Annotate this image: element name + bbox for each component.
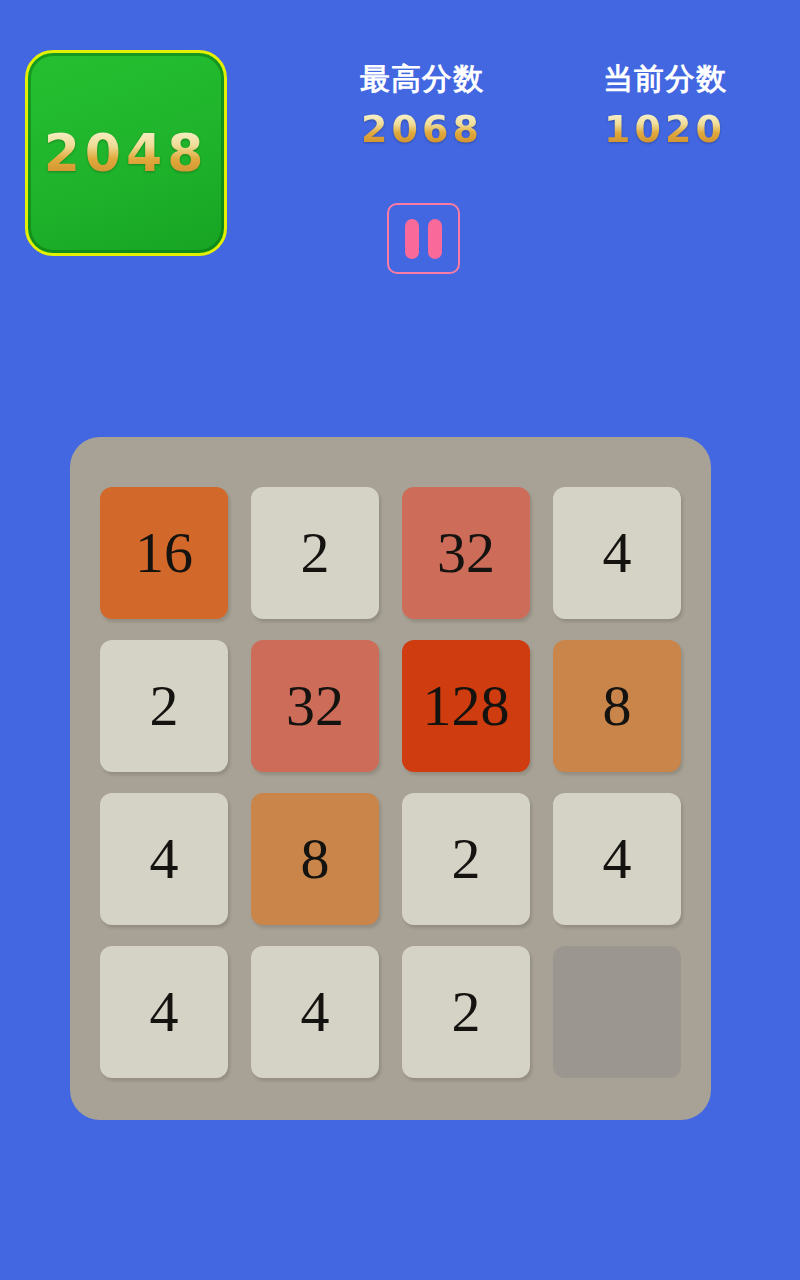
empty-cell bbox=[553, 946, 681, 1078]
tile-4: 4 bbox=[251, 946, 379, 1078]
app-background: 2048 最高分数 2068 当前分数 1020 162324232128848… bbox=[0, 0, 800, 1280]
tile-16: 16 bbox=[100, 487, 228, 619]
best-score-value: 2068 bbox=[337, 110, 507, 148]
tile-2: 2 bbox=[402, 793, 530, 925]
current-score-value: 1020 bbox=[580, 110, 750, 148]
tile-2: 2 bbox=[100, 640, 228, 772]
best-score-label: 最高分数 bbox=[337, 63, 507, 95]
tile-8: 8 bbox=[553, 640, 681, 772]
pause-icon bbox=[405, 219, 419, 259]
current-score-panel: 当前分数 1020 bbox=[580, 63, 750, 148]
tile-32: 32 bbox=[251, 640, 379, 772]
pause-icon bbox=[428, 219, 442, 259]
tile-8: 8 bbox=[251, 793, 379, 925]
tile-2: 2 bbox=[402, 946, 530, 1078]
logo-text: 2048 bbox=[44, 123, 209, 183]
tile-128: 128 bbox=[402, 640, 530, 772]
tile-2: 2 bbox=[251, 487, 379, 619]
pause-button[interactable] bbox=[387, 203, 460, 274]
board-grid: 16232423212884824442 bbox=[100, 487, 681, 1078]
logo-2048: 2048 bbox=[25, 50, 227, 256]
tile-4: 4 bbox=[100, 946, 228, 1078]
current-score-label: 当前分数 bbox=[580, 63, 750, 95]
tile-4: 4 bbox=[553, 793, 681, 925]
tile-32: 32 bbox=[402, 487, 530, 619]
game-board[interactable]: 16232423212884824442 bbox=[70, 437, 711, 1120]
best-score-panel: 最高分数 2068 bbox=[337, 63, 507, 148]
tile-4: 4 bbox=[100, 793, 228, 925]
tile-4: 4 bbox=[553, 487, 681, 619]
